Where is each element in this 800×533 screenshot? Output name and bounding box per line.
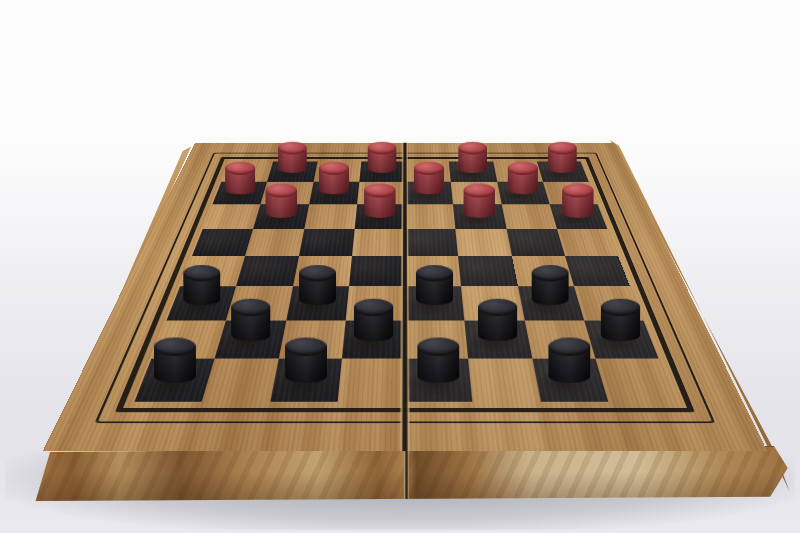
checker-cylinder (354, 299, 393, 342)
checker-cylinder (414, 162, 444, 195)
checker-cylinder (319, 162, 349, 195)
checker-cylinder (532, 265, 569, 305)
checker-top-surface (416, 265, 453, 281)
checker-top-surface (414, 162, 444, 175)
checker-top-surface (319, 162, 349, 175)
checker-cylinder (265, 184, 297, 218)
checker-cylinder (368, 142, 397, 173)
checker-cylinder (478, 299, 517, 342)
checker-cylinder (231, 299, 270, 342)
checker-cylinder (364, 184, 396, 218)
checkers-board (43, 143, 768, 451)
checker-cylinder (601, 299, 640, 342)
checker-top-surface (278, 142, 307, 155)
checker-cylinder (458, 142, 487, 173)
checker-cylinder (417, 337, 459, 383)
checker-cylinder (548, 142, 577, 173)
checker-top-surface (508, 162, 538, 175)
checker-cylinder (549, 337, 591, 383)
checker-top-surface (458, 142, 487, 155)
checker-top-surface (368, 142, 397, 155)
checker-top-surface (154, 337, 196, 356)
checker-top-surface (285, 337, 327, 356)
checker-cylinder (463, 184, 495, 218)
checker-cylinder (183, 265, 220, 305)
checker-cylinder (225, 162, 255, 195)
checker-cylinder (278, 142, 307, 173)
checker-top-surface (548, 142, 577, 155)
checker-cylinder (563, 184, 595, 218)
photo-scene: Wooden folding travel checkers (draughts… (0, 0, 800, 533)
checker-cylinder (285, 337, 327, 383)
checker-cylinder (508, 162, 538, 195)
checker-cylinder (154, 337, 196, 383)
checker-top-surface (417, 337, 459, 356)
checker-cylinder (299, 265, 336, 305)
checker-cylinder (416, 265, 453, 305)
checker-top-surface (225, 162, 255, 175)
checker-top-surface (183, 265, 220, 281)
checker-top-surface (549, 337, 591, 356)
perspective-stage (0, 0, 800, 533)
checker-top-surface (265, 184, 297, 198)
